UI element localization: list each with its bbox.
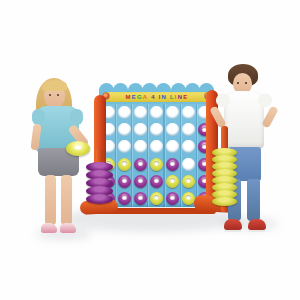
banner-letter: I (159, 94, 161, 100)
board-cell[interactable] (148, 173, 164, 190)
girl-fringe (42, 80, 67, 91)
empty-hole (118, 106, 131, 119)
empty-hole (150, 140, 163, 153)
banner-letter: N (162, 94, 167, 100)
yellow-disc-stack[interactable] (212, 150, 237, 206)
empty-hole (150, 106, 163, 119)
boy-eye-left (237, 82, 239, 84)
girl-eye-right (57, 94, 59, 96)
empty-hole (134, 140, 147, 153)
empty-hole (166, 123, 179, 136)
purple-disc (134, 158, 147, 171)
board-cell[interactable] (148, 155, 164, 172)
board-cell[interactable] (181, 121, 197, 138)
purple-disc-stack[interactable] (86, 164, 113, 204)
banner-letter: E (132, 94, 136, 100)
game-board (100, 104, 213, 207)
boy-leg-right (247, 179, 260, 221)
empty-hole (166, 140, 179, 153)
empty-hole (150, 123, 163, 136)
yellow-disc (118, 158, 131, 171)
spare-purple-disc (86, 194, 113, 204)
girl-sleeve-right (70, 109, 83, 125)
board-cell[interactable] (181, 173, 197, 190)
girl-shoe-right (60, 223, 76, 233)
purple-disc (118, 175, 131, 188)
purple-disc (134, 192, 147, 205)
empty-hole (118, 123, 131, 136)
banner-letter (156, 94, 158, 100)
board-cell[interactable] (148, 121, 164, 138)
board-cell[interactable] (132, 104, 148, 121)
board-cell[interactable] (148, 104, 164, 121)
board-cell[interactable] (132, 138, 148, 155)
spare-yellow-disc (212, 197, 237, 206)
board-cell[interactable] (181, 155, 197, 172)
empty-hole (182, 123, 195, 136)
board-cell[interactable] (116, 121, 132, 138)
board-cell[interactable] (165, 190, 181, 207)
banner-letter: L (170, 94, 174, 100)
purple-disc (118, 192, 131, 205)
banner-letter: E (183, 94, 187, 100)
banner-letter: I (175, 94, 177, 100)
banner-letter: N (178, 94, 183, 100)
board-cell[interactable] (165, 121, 181, 138)
empty-hole (166, 106, 179, 119)
yellow-disc (182, 175, 195, 188)
empty-hole (182, 140, 195, 153)
girl-player (28, 76, 92, 236)
empty-hole (182, 106, 195, 119)
empty-hole (134, 106, 147, 119)
held-yellow-disc[interactable] (66, 141, 90, 156)
banner-letter: 4 (151, 94, 155, 100)
empty-hole (134, 123, 147, 136)
board-cell[interactable] (132, 190, 148, 207)
boy-eye-right (245, 82, 247, 84)
banner-title: MEGA 4 IN LINE (102, 92, 211, 102)
board-cell[interactable] (116, 104, 132, 121)
board-cell[interactable] (116, 190, 132, 207)
purple-disc (134, 175, 147, 188)
board-cell[interactable] (165, 104, 181, 121)
title-banner: MEGA 4 IN LINE (99, 90, 214, 104)
board-cell[interactable] (116, 138, 132, 155)
girl-shoe-left (41, 223, 57, 233)
board-cell[interactable] (148, 138, 164, 155)
purple-disc (166, 192, 179, 205)
purple-disc (166, 158, 179, 171)
boy-shoe-right (248, 219, 266, 230)
banner-letter (167, 94, 169, 100)
board-cell[interactable] (165, 155, 181, 172)
board-cell[interactable] (165, 138, 181, 155)
girl-leg-left (45, 175, 56, 225)
yellow-disc (150, 158, 163, 171)
banner-letter (148, 94, 150, 100)
yellow-disc (166, 175, 179, 188)
board-cell[interactable] (181, 138, 197, 155)
empty-hole (118, 140, 131, 153)
product-photo-scene: MEGA 4 IN LINE (0, 0, 300, 300)
board-cell[interactable] (165, 173, 181, 190)
board-cell[interactable] (181, 104, 197, 121)
board-cell[interactable] (132, 155, 148, 172)
board-cell[interactable] (116, 155, 132, 172)
board-cell[interactable] (116, 173, 132, 190)
board-cell[interactable] (148, 190, 164, 207)
yellow-disc (150, 192, 163, 205)
banner-letter: G (137, 94, 142, 100)
board-cell[interactable] (132, 173, 148, 190)
girl-leg-right (61, 175, 72, 225)
banner-letter: A (143, 94, 148, 100)
board-cell[interactable] (132, 121, 148, 138)
girl-eye-left (49, 94, 51, 96)
empty-hole (182, 158, 195, 171)
girl-sleeve-left (32, 109, 45, 125)
boy-shoe-left (224, 219, 242, 230)
purple-disc (150, 175, 163, 188)
banner-letter: M (126, 94, 131, 100)
